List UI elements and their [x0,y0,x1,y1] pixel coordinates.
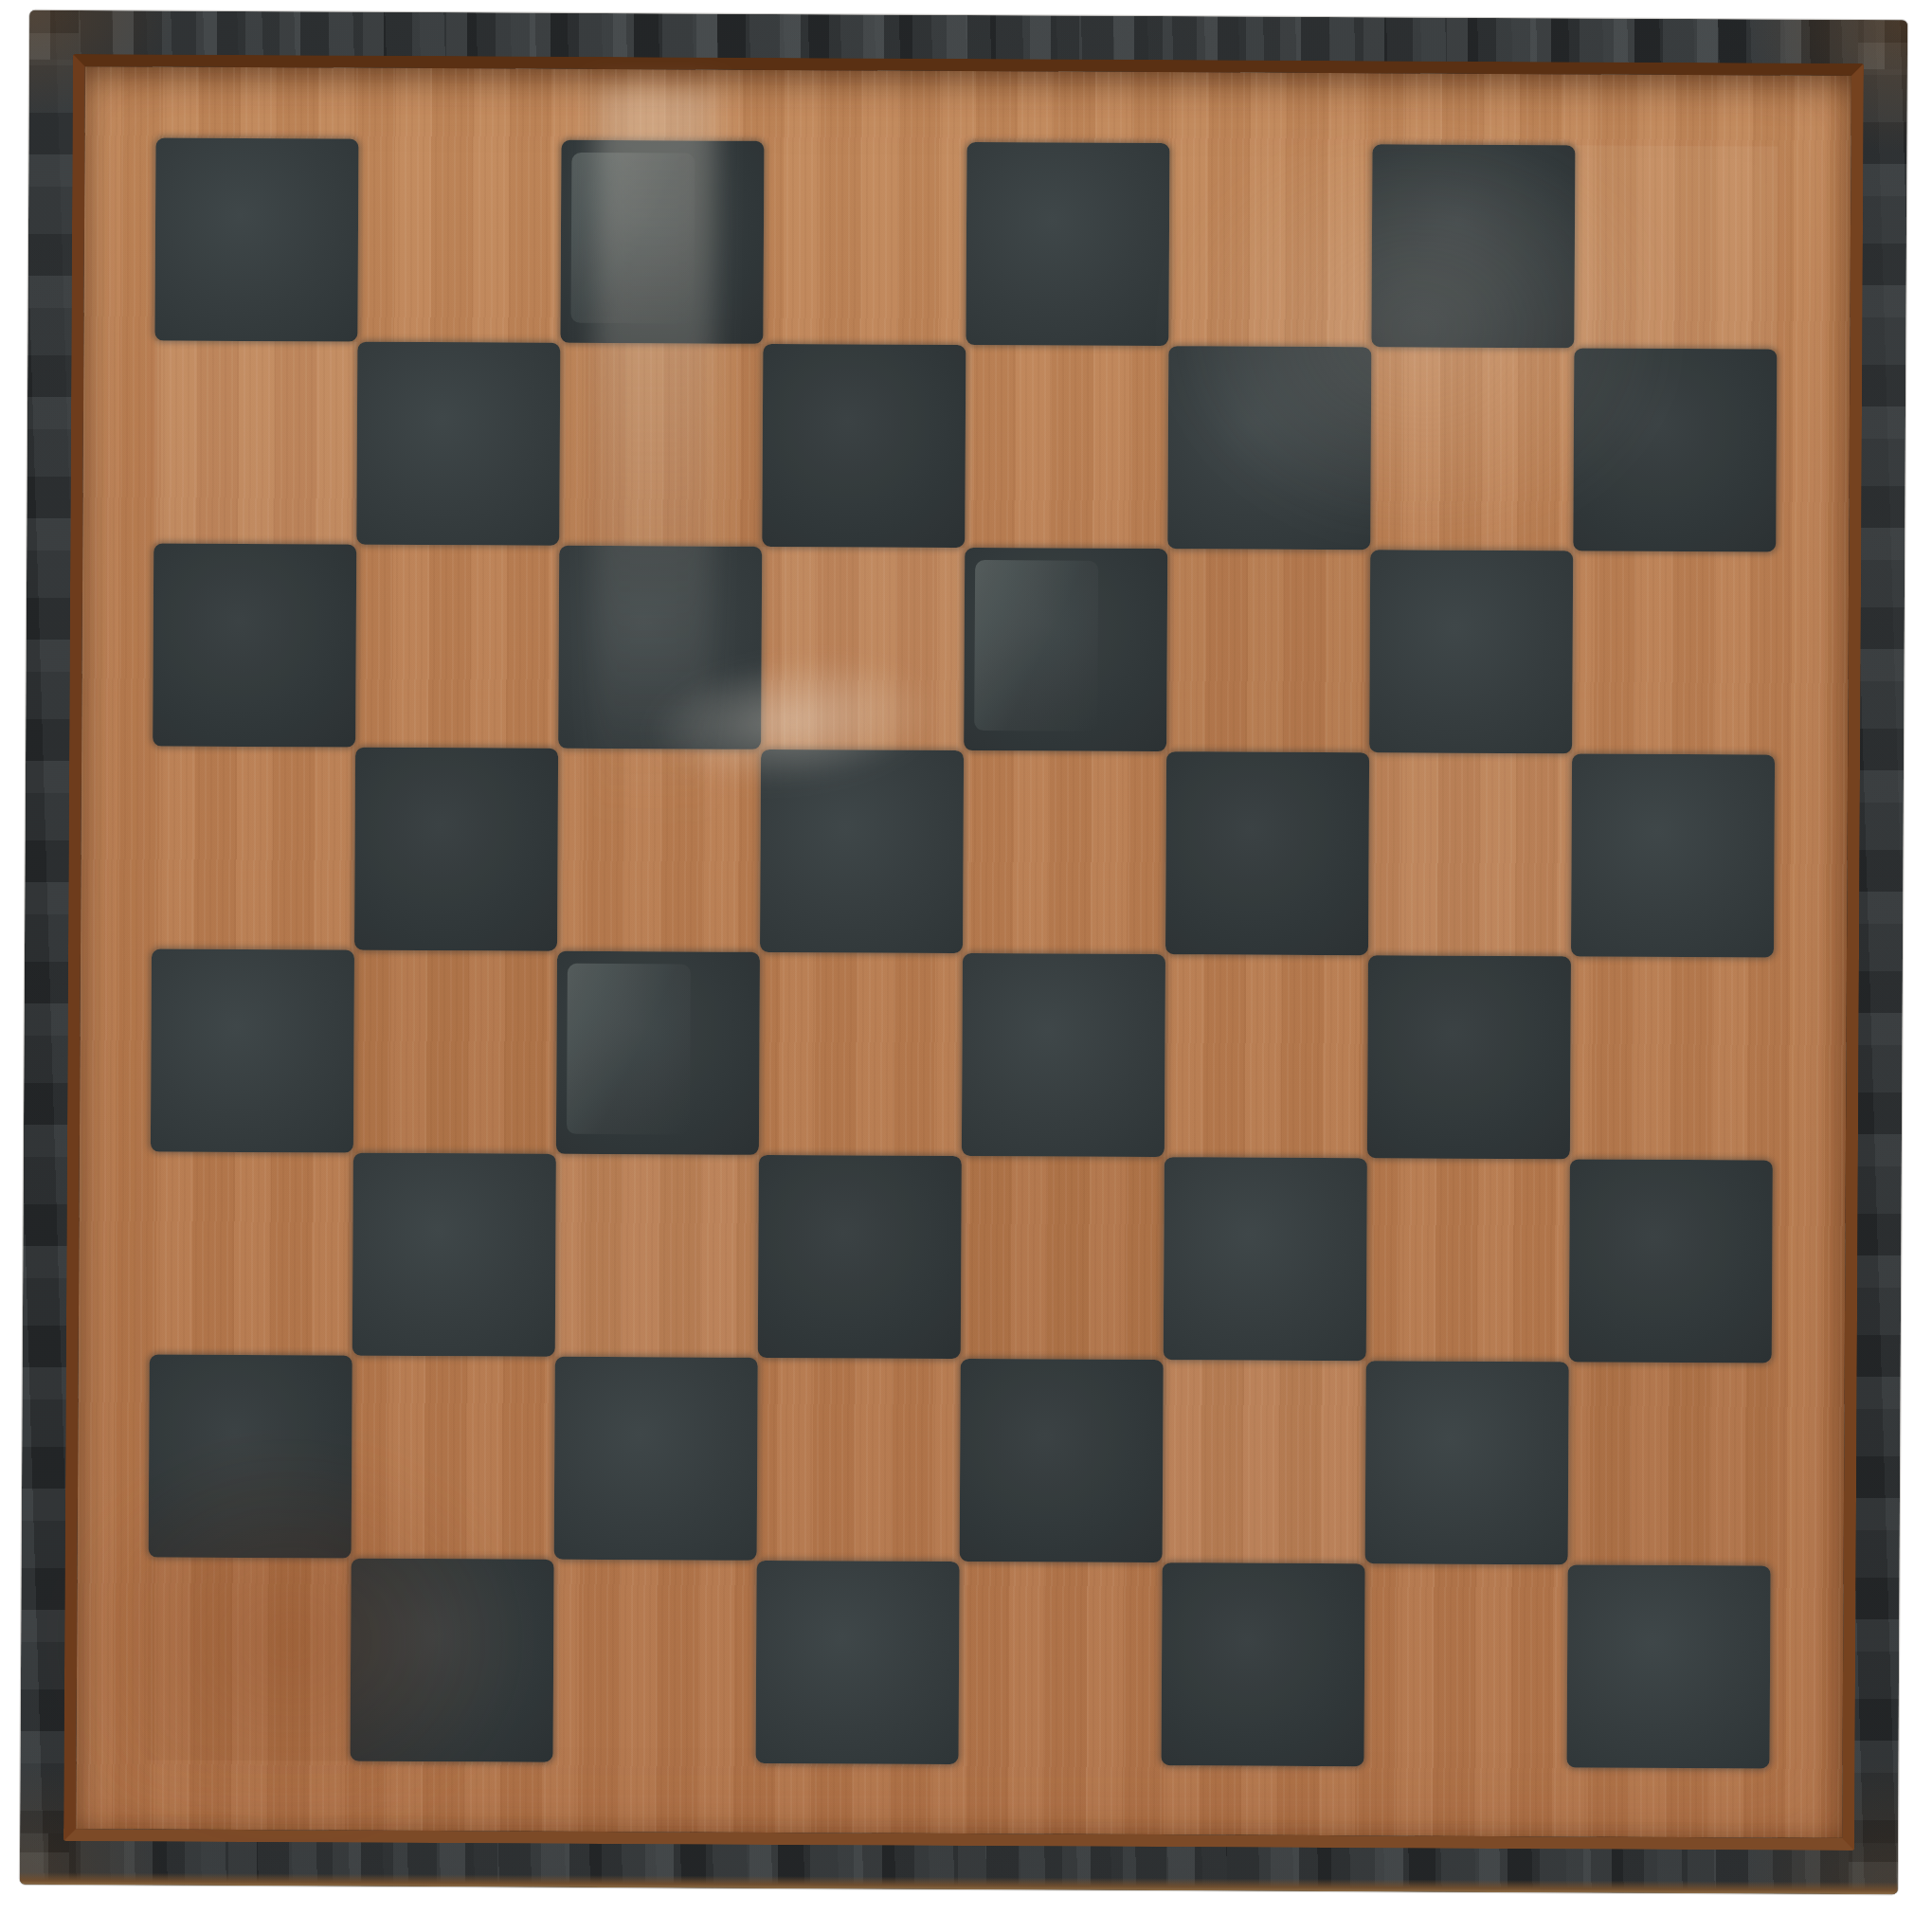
board-square[interactable] [1163,1360,1366,1563]
board-square[interactable] [1371,144,1575,348]
board-square[interactable] [763,141,966,345]
photo-background [0,0,1932,1932]
board-square[interactable] [556,951,760,1155]
board-square[interactable] [352,1356,555,1560]
board-square[interactable] [153,341,357,545]
board-square[interactable] [355,545,559,749]
checkers-board [20,10,1907,1894]
board-square[interactable] [1164,1157,1367,1361]
board-square[interactable] [152,747,355,950]
board-square[interactable] [761,547,965,750]
board-square[interactable] [153,544,356,748]
board-field [63,54,1864,1851]
board-square[interactable] [1364,1563,1568,1767]
board-square[interactable] [1166,549,1370,752]
board-square[interactable] [1167,346,1371,550]
board-square[interactable] [757,1358,961,1562]
board-square[interactable] [351,1559,554,1762]
board-square[interactable] [759,952,963,1156]
board-square[interactable] [554,1357,758,1561]
board-square[interactable] [352,1153,556,1357]
board-square[interactable] [356,342,560,546]
board-square[interactable] [1574,145,1778,349]
board-square[interactable] [557,749,761,952]
board-square[interactable] [357,139,561,343]
board-square[interactable] [960,1359,1164,1562]
board-square[interactable] [1365,1361,1569,1564]
board-square[interactable] [1573,348,1777,551]
board-square[interactable] [758,1155,962,1359]
board-square[interactable] [1572,551,1776,754]
board-square[interactable] [762,344,966,548]
board-square[interactable] [966,142,1169,346]
board-square[interactable] [148,1558,352,1761]
board-square[interactable] [1368,752,1572,956]
board-square[interactable] [1569,1159,1773,1363]
board-square[interactable] [560,140,764,344]
board-square[interactable] [558,546,762,749]
board-square[interactable] [151,949,354,1153]
board-square[interactable] [559,343,763,547]
board-square[interactable] [962,953,1165,1157]
board-square[interactable] [154,138,358,342]
board-square[interactable] [1367,955,1571,1159]
board-square[interactable] [354,748,558,951]
board-square[interactable] [1571,753,1775,957]
board-square[interactable] [1165,751,1369,955]
board-square[interactable] [965,345,1168,549]
board-square[interactable] [964,548,1167,751]
board-square[interactable] [1168,143,1372,347]
board-square[interactable] [756,1561,960,1764]
board-square[interactable] [1370,347,1574,551]
board-square[interactable] [963,750,1166,954]
board-square[interactable] [1366,1158,1570,1362]
board-square[interactable] [149,1355,352,1559]
board-square[interactable] [961,1156,1165,1360]
board-square[interactable] [553,1560,757,1763]
board-square[interactable] [1568,1362,1772,1565]
board-square[interactable] [353,950,557,1154]
board-square[interactable] [1570,956,1774,1160]
board-square[interactable] [1567,1564,1771,1768]
board-square[interactable] [150,1152,353,1356]
board-square[interactable] [1162,1562,1365,1766]
board-square[interactable] [555,1154,759,1358]
board-square[interactable] [1165,954,1368,1158]
board-square[interactable] [959,1562,1163,1765]
checkerboard-grid [148,138,1779,1769]
board-square[interactable] [760,749,964,953]
board-square[interactable] [1369,550,1573,753]
